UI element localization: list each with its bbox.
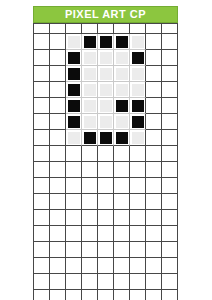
grid-cell[interactable] [162,130,178,146]
pixel-cell-filled[interactable] [114,130,130,146]
grid-cell[interactable] [66,274,82,290]
grid-cell[interactable] [34,130,50,146]
grid-cell[interactable] [50,50,66,66]
grid-cell[interactable] [50,178,66,194]
pixel-cell-filled[interactable] [114,98,130,114]
pixel-cell-empty[interactable] [98,98,114,114]
grid-cell[interactable] [50,34,66,50]
grid-cell[interactable] [162,242,178,258]
grid-cell[interactable] [114,162,130,178]
grid-cell[interactable] [66,24,82,34]
pixel-cell-empty[interactable] [130,66,146,82]
grid-cell[interactable] [98,242,114,258]
pixel-cell-filled[interactable] [66,50,82,66]
grid-cell[interactable] [50,114,66,130]
grid-cell[interactable] [162,82,178,98]
grid-cell[interactable] [130,146,146,162]
grid-cell[interactable] [50,290,66,300]
grid-cell[interactable] [66,178,82,194]
grid-cell[interactable] [66,242,82,258]
grid-cell[interactable] [50,210,66,226]
grid-cell[interactable] [50,82,66,98]
grid-cell[interactable] [50,194,66,210]
grid-cell[interactable] [162,210,178,226]
pixel-cell-empty[interactable] [114,114,130,130]
grid-cell[interactable] [66,226,82,242]
grid-cell[interactable] [50,98,66,114]
pixel-cell-empty[interactable] [98,82,114,98]
grid-cell[interactable] [98,290,114,300]
grid-cell[interactable] [114,226,130,242]
pixel-cell-filled[interactable] [66,66,82,82]
pixel-cell-empty[interactable] [82,50,98,66]
grid-cell[interactable] [162,258,178,274]
grid-cell[interactable] [82,242,98,258]
grid-cell[interactable] [146,226,162,242]
grid-cell[interactable] [146,114,162,130]
grid-cell[interactable] [162,274,178,290]
grid-cell[interactable] [146,258,162,274]
header-title: PIXEL ART CP [65,7,146,22]
grid-cell[interactable] [114,210,130,226]
pixel-cell-empty[interactable] [114,82,130,98]
grid-cell[interactable] [82,210,98,226]
grid-cell[interactable] [82,290,98,300]
grid-cell[interactable] [34,194,50,210]
grid-cell[interactable] [34,114,50,130]
pixel-cell-empty[interactable] [98,66,114,82]
grid-cell[interactable] [66,210,82,226]
grid-cell[interactable] [146,146,162,162]
grid-cell[interactable] [82,162,98,178]
grid-cell[interactable] [98,258,114,274]
pixel-cell-empty[interactable] [130,34,146,50]
grid-cell[interactable] [50,242,66,258]
pixel-cell-filled[interactable] [130,114,146,130]
pixel-cell-empty[interactable] [130,130,146,146]
grid-cell[interactable] [34,290,50,300]
grid-cell[interactable] [130,162,146,178]
grid-cell[interactable] [146,50,162,66]
grid-cell[interactable] [50,226,66,242]
grid-cell[interactable] [146,98,162,114]
grid-cell[interactable] [114,178,130,194]
grid-cell[interactable] [114,290,130,300]
grid-cell[interactable] [114,146,130,162]
grid-cell[interactable] [114,274,130,290]
grid-cell[interactable] [146,34,162,50]
pixel-cell-empty[interactable] [82,66,98,82]
grid-cell[interactable] [162,178,178,194]
grid-cell[interactable] [34,210,50,226]
grid-cell[interactable] [34,258,50,274]
grid-cell[interactable] [114,194,130,210]
grid-cell[interactable] [146,82,162,98]
grid-cell[interactable] [130,178,146,194]
grid-cell[interactable] [130,274,146,290]
pixel-cell-filled[interactable] [66,114,82,130]
grid-cell[interactable] [162,50,178,66]
pixel-cell-filled[interactable] [82,130,98,146]
pixel-cell-empty[interactable] [66,34,82,50]
grid-cell[interactable] [146,290,162,300]
grid-cell[interactable] [162,34,178,50]
pixel-cell-filled[interactable] [66,98,82,114]
grid-cell[interactable] [98,146,114,162]
grid-cell[interactable] [66,162,82,178]
pixel-cell-empty[interactable] [66,130,82,146]
grid-cell[interactable] [34,162,50,178]
pixel-cell-filled[interactable] [98,34,114,50]
pixel-cell-empty[interactable] [82,98,98,114]
grid-cell[interactable] [162,226,178,242]
grid-cell[interactable] [130,290,146,300]
grid-cell[interactable] [82,258,98,274]
grid-cell[interactable] [34,274,50,290]
grid-cell[interactable] [114,242,130,258]
grid-cell[interactable] [82,226,98,242]
pixel-cell-filled[interactable] [114,34,130,50]
grid-cell[interactable] [34,82,50,98]
grid-cell[interactable] [34,24,50,34]
grid-cell[interactable] [146,66,162,82]
grid-cell[interactable] [130,24,146,34]
grid-cell[interactable] [146,178,162,194]
grid-cell[interactable] [146,274,162,290]
grid-cell[interactable] [50,274,66,290]
grid-cell[interactable] [98,210,114,226]
pixel-cell-empty[interactable] [130,82,146,98]
grid-cell[interactable] [162,66,178,82]
grid-cell[interactable] [34,242,50,258]
grid-cell[interactable] [82,24,98,34]
grid-cell[interactable] [162,162,178,178]
pixel-cell-filled[interactable] [82,34,98,50]
grid-cell[interactable] [98,162,114,178]
grid-cell[interactable] [98,226,114,242]
grid-cell[interactable] [146,242,162,258]
grid-cell[interactable] [66,258,82,274]
grid-cell[interactable] [66,146,82,162]
grid-cell[interactable] [162,24,178,34]
grid-cell[interactable] [50,162,66,178]
grid-cell[interactable] [34,146,50,162]
grid-cell[interactable] [146,210,162,226]
grid-cell[interactable] [162,290,178,300]
grid-cell[interactable] [34,226,50,242]
grid-cell[interactable] [130,210,146,226]
grid-cell[interactable] [34,34,50,50]
pixel-cell-filled[interactable] [130,50,146,66]
grid-cell[interactable] [34,50,50,66]
grid-cell[interactable] [34,66,50,82]
grid-cell[interactable] [82,274,98,290]
grid-cell[interactable] [98,178,114,194]
grid-cell[interactable] [146,24,162,34]
grid-cell[interactable] [114,24,130,34]
grid-cell[interactable] [162,114,178,130]
pixel-cell-empty[interactable] [114,66,130,82]
grid-cell[interactable] [98,274,114,290]
grid-cell[interactable] [162,194,178,210]
grid-cell[interactable] [50,24,66,34]
pixel-cell-empty[interactable] [114,50,130,66]
header-banner: PIXEL ART CP [33,6,178,23]
grid-cell[interactable] [162,98,178,114]
grid-cell[interactable] [82,146,98,162]
pixel-cell-empty[interactable] [98,114,114,130]
grid-cell[interactable] [98,24,114,34]
grid-cell[interactable] [50,130,66,146]
grid-cell[interactable] [82,194,98,210]
grid-cell[interactable] [50,258,66,274]
grid-cell[interactable] [50,66,66,82]
grid-cell[interactable] [34,98,50,114]
pixel-cell-empty[interactable] [98,50,114,66]
grid-cell[interactable] [130,194,146,210]
grid-cell[interactable] [146,162,162,178]
pixel-cell-filled[interactable] [130,98,146,114]
grid-cell[interactable] [162,146,178,162]
grid-cell[interactable] [34,178,50,194]
grid-cell[interactable] [66,290,82,300]
pixel-grid [33,23,178,300]
grid-cell[interactable] [130,242,146,258]
grid-cell[interactable] [114,258,130,274]
grid-cell[interactable] [82,178,98,194]
grid-cell[interactable] [146,130,162,146]
grid-cell[interactable] [50,146,66,162]
pixel-cell-filled[interactable] [66,82,82,98]
pixel-cell-empty[interactable] [82,114,98,130]
pixel-cell-empty[interactable] [82,82,98,98]
grid-cell[interactable] [146,194,162,210]
pixel-cell-filled[interactable] [98,130,114,146]
grid-cell[interactable] [98,194,114,210]
grid-cell[interactable] [130,226,146,242]
grid-cell[interactable] [130,258,146,274]
pixel-art-worksheet: PIXEL ART CP [0,0,212,300]
grid-cell[interactable] [66,194,82,210]
